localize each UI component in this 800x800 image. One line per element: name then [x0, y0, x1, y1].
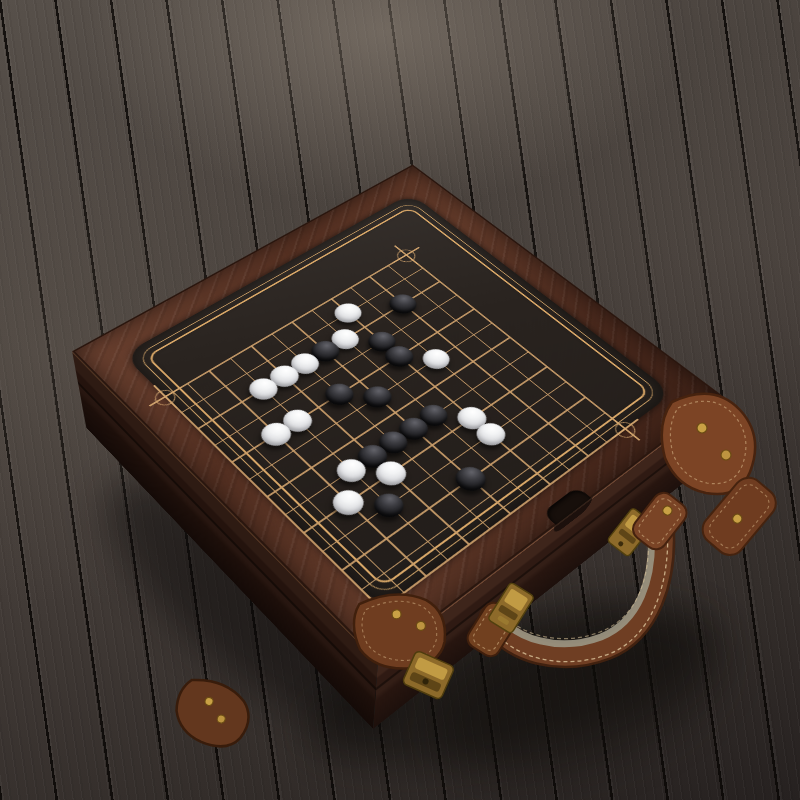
grid-line-vertical [285, 351, 529, 515]
grid-line-vertical [303, 366, 547, 533]
stone-white [471, 419, 511, 450]
stone-white [452, 403, 492, 433]
corner-circle-mark [611, 419, 640, 441]
stone-black [320, 380, 359, 410]
corner-circle-mark [151, 387, 180, 409]
grid-line-vertical [322, 381, 567, 552]
stone-white [244, 374, 283, 404]
stone-black [450, 463, 491, 496]
corner-cross [149, 387, 182, 407]
corner-cross [612, 419, 639, 439]
stone-black [358, 382, 397, 412]
stone-black [394, 413, 434, 444]
corner-cross [153, 385, 177, 408]
stone-black [352, 440, 393, 472]
stone-white [370, 457, 411, 490]
stone-white [327, 486, 369, 520]
stone-white [278, 405, 318, 436]
corner-cross [366, 595, 396, 625]
corner-cross [610, 417, 640, 441]
stone-white [256, 419, 297, 450]
stone-white [331, 454, 372, 487]
stone-black [414, 400, 454, 430]
stone-black [373, 427, 414, 458]
photo-scene [0, 0, 800, 800]
stone-black [368, 489, 410, 523]
corner-circle-mark [365, 597, 398, 625]
grid-line-horizontal [251, 346, 470, 545]
grid-line-horizontal [230, 358, 449, 561]
corner-cross [364, 597, 398, 622]
